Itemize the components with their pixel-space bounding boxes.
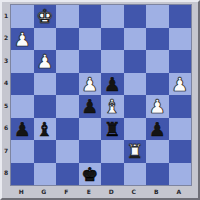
square-b6[interactable]: ♟: [146, 118, 169, 141]
white-bishop[interactable]: ♝: [104, 95, 121, 118]
square-d6[interactable]: ♜: [101, 118, 124, 141]
square-a3[interactable]: [169, 50, 192, 73]
square-e5[interactable]: ♟: [79, 95, 102, 118]
square-h1[interactable]: [11, 5, 34, 28]
square-e3[interactable]: [79, 50, 102, 73]
square-b3[interactable]: [146, 50, 169, 73]
rank-label-2: 2: [2, 27, 10, 50]
square-d3[interactable]: [101, 50, 124, 73]
rank-label-7: 7: [2, 139, 10, 162]
rank-label-3: 3: [2, 49, 10, 72]
board: ♚♟♟♟♟♟♟♝♟♟♝♜♟♜♚: [10, 4, 192, 186]
square-h3[interactable]: [11, 50, 34, 73]
square-g1[interactable]: ♚: [34, 5, 57, 28]
square-h2[interactable]: ♟: [11, 28, 34, 51]
white-rook[interactable]: ♜: [126, 140, 143, 163]
black-bishop[interactable]: ♝: [36, 118, 53, 141]
file-label-h: H: [10, 186, 33, 197]
black-pawn[interactable]: ♟: [104, 73, 121, 96]
rank-label-6: 6: [2, 117, 10, 140]
square-c1[interactable]: [124, 5, 147, 28]
square-g5[interactable]: [34, 95, 57, 118]
square-a5[interactable]: [169, 95, 192, 118]
rank-label-5: 5: [2, 94, 10, 117]
square-a4[interactable]: ♟: [169, 73, 192, 96]
square-a6[interactable]: [169, 118, 192, 141]
square-f6[interactable]: [56, 118, 79, 141]
square-b7[interactable]: [146, 140, 169, 163]
square-h7[interactable]: [11, 140, 34, 163]
square-h4[interactable]: [11, 73, 34, 96]
rank-label-1: 1: [2, 4, 10, 27]
square-d1[interactable]: [101, 5, 124, 28]
file-label-e: E: [78, 186, 101, 197]
square-g8[interactable]: [34, 163, 57, 186]
file-label-f: F: [55, 186, 78, 197]
rank-label-8: 8: [2, 162, 10, 185]
square-c6[interactable]: [124, 118, 147, 141]
square-c3[interactable]: [124, 50, 147, 73]
white-pawn[interactable]: ♟: [36, 50, 53, 73]
square-a2[interactable]: [169, 28, 192, 51]
square-g2[interactable]: [34, 28, 57, 51]
square-f4[interactable]: [56, 73, 79, 96]
square-a8[interactable]: [169, 163, 192, 186]
square-d7[interactable]: [101, 140, 124, 163]
square-c4[interactable]: [124, 73, 147, 96]
square-h5[interactable]: [11, 95, 34, 118]
square-c8[interactable]: [124, 163, 147, 186]
square-e2[interactable]: [79, 28, 102, 51]
file-label-c: C: [123, 186, 146, 197]
black-king[interactable]: ♚: [81, 163, 98, 186]
square-c2[interactable]: [124, 28, 147, 51]
white-pawn[interactable]: ♟: [149, 95, 166, 118]
white-king[interactable]: ♚: [36, 5, 53, 28]
rank-labels: 12345678: [2, 4, 10, 184]
white-pawn[interactable]: ♟: [171, 73, 188, 96]
square-e7[interactable]: [79, 140, 102, 163]
black-pawn[interactable]: ♟: [14, 118, 31, 141]
black-rook[interactable]: ♜: [104, 118, 121, 141]
square-e6[interactable]: [79, 118, 102, 141]
square-e8[interactable]: ♚: [79, 163, 102, 186]
square-h8[interactable]: [11, 163, 34, 186]
square-d4[interactable]: ♟: [101, 73, 124, 96]
file-label-b: B: [145, 186, 168, 197]
square-e1[interactable]: [79, 5, 102, 28]
square-d8[interactable]: [101, 163, 124, 186]
white-pawn[interactable]: ♟: [81, 73, 98, 96]
square-g3[interactable]: ♟: [34, 50, 57, 73]
square-d5[interactable]: ♝: [101, 95, 124, 118]
chessboard-frame: 12345678 ♚♟♟♟♟♟♟♝♟♟♝♜♟♜♚ HGFEDCBA: [0, 0, 200, 200]
square-f5[interactable]: [56, 95, 79, 118]
square-f2[interactable]: [56, 28, 79, 51]
square-g7[interactable]: [34, 140, 57, 163]
square-a7[interactable]: [169, 140, 192, 163]
file-labels: HGFEDCBA: [10, 186, 190, 197]
square-e4[interactable]: ♟: [79, 73, 102, 96]
black-pawn[interactable]: ♟: [149, 118, 166, 141]
file-label-a: A: [168, 186, 191, 197]
file-label-g: G: [33, 186, 56, 197]
black-pawn[interactable]: ♟: [81, 95, 98, 118]
square-g4[interactable]: [34, 73, 57, 96]
square-b1[interactable]: [146, 5, 169, 28]
square-f3[interactable]: [56, 50, 79, 73]
square-f1[interactable]: [56, 5, 79, 28]
square-h6[interactable]: ♟: [11, 118, 34, 141]
rank-label-4: 4: [2, 72, 10, 95]
square-f8[interactable]: [56, 163, 79, 186]
square-c7[interactable]: ♜: [124, 140, 147, 163]
file-label-d: D: [100, 186, 123, 197]
square-a1[interactable]: [169, 5, 192, 28]
square-b8[interactable]: [146, 163, 169, 186]
square-b4[interactable]: [146, 73, 169, 96]
white-pawn[interactable]: ♟: [14, 28, 31, 51]
square-g6[interactable]: ♝: [34, 118, 57, 141]
square-f7[interactable]: [56, 140, 79, 163]
square-d2[interactable]: [101, 28, 124, 51]
square-b5[interactable]: ♟: [146, 95, 169, 118]
square-b2[interactable]: [146, 28, 169, 51]
square-c5[interactable]: [124, 95, 147, 118]
